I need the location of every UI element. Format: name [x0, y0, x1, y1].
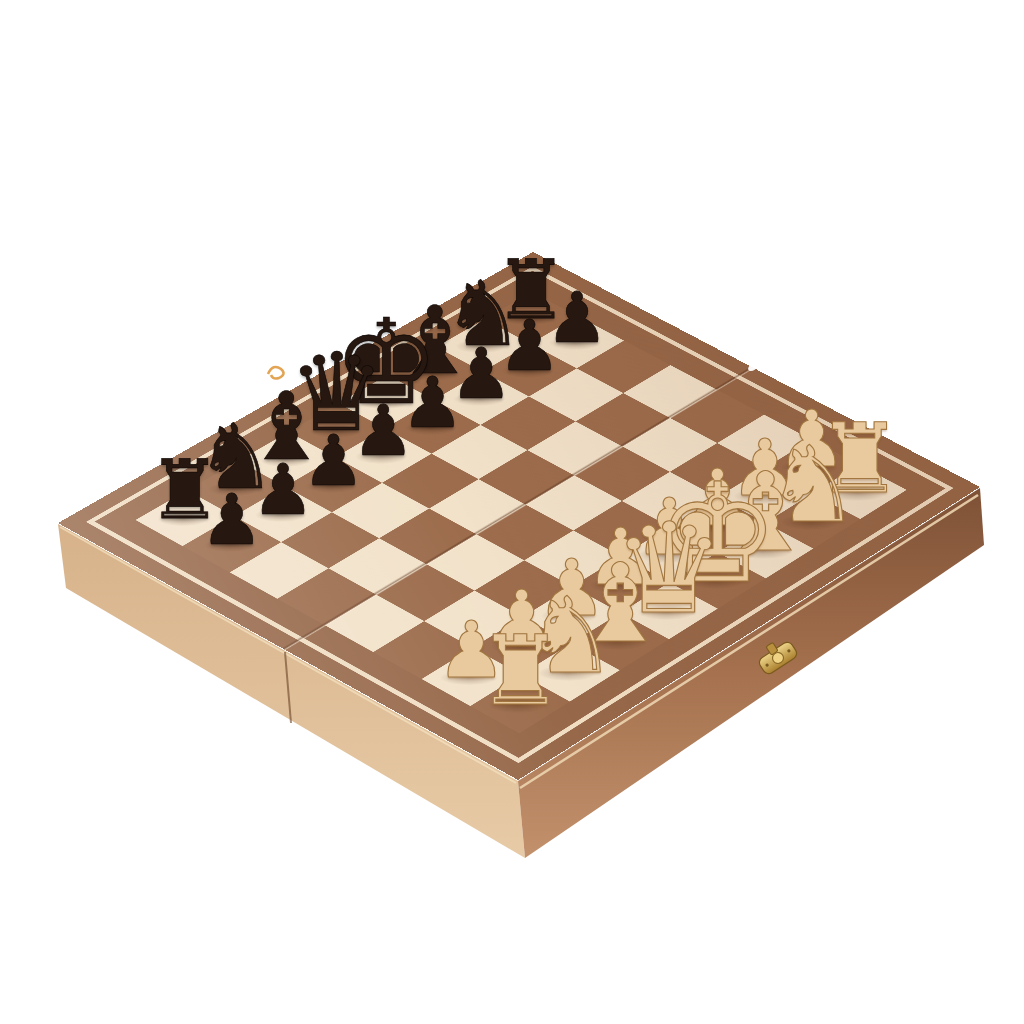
fold-seam-side-mark: [285, 652, 291, 723]
brass-clasp-icon: [753, 634, 798, 676]
piece-white-rook-a1[interactable]: ♜: [477, 623, 563, 719]
chess-set-photo: ♜♞♝♛♚♝♞♜♟♟♟♟♟♟♟♟♟♟♟♟♟♟♟♟♜♞♝♛♚♝♞♜: [0, 0, 1024, 1024]
piece-black-pawn-a7[interactable]: ♟: [200, 485, 263, 555]
